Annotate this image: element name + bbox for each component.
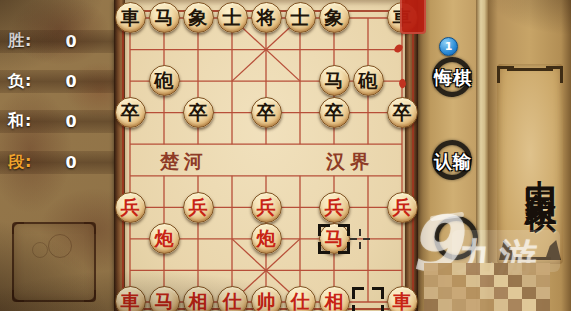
board-point[interactable] [215,65,249,97]
wins-label: 胜: [8,31,32,52]
board-point[interactable]: 兵 [317,191,351,223]
board-point[interactable] [113,34,147,66]
board-point[interactable]: 兵 [181,191,215,223]
board-point[interactable] [215,160,249,192]
board-point[interactable] [249,65,283,97]
board-point[interactable]: 兵 [385,191,419,223]
board-point[interactable] [351,2,385,34]
piece-bn[interactable]: 马 [319,65,350,96]
board-point[interactable]: 士 [215,2,249,34]
piece-rr[interactable]: 車 [115,286,146,311]
board-point[interactable]: 兵 [113,191,147,223]
piece-bb[interactable]: 象 [183,2,214,33]
board-point[interactable]: 炮 [147,223,181,255]
xiangqi-board[interactable]: 楚河 汉界 車马象士将士象車砲马砲卒卒卒卒卒兵兵兵兵兵炮炮马車马相仕帅仕相車 [114,0,418,311]
piece-bb[interactable]: 象 [319,2,350,33]
board-point[interactable]: 相 [317,286,351,311]
board-point[interactable] [113,128,147,160]
title-banner: 中国象棋 [488,0,571,311]
board-point[interactable] [283,191,317,223]
board-point[interactable]: 马 [317,65,351,97]
board-point[interactable] [385,254,419,286]
board-point[interactable]: 砲 [351,65,385,97]
decorative-frame [12,222,96,302]
board-point[interactable] [317,128,351,160]
stats-sidebar: 胜: 0 负: 0 和: 0 段: 0 [0,0,116,311]
board-point[interactable]: 帅 [249,286,283,311]
board-point[interactable]: 砲 [147,65,181,97]
piece-bp[interactable]: 卒 [115,97,146,128]
board-point[interactable]: 卒 [113,97,147,129]
board-point[interactable]: 相 [181,286,215,311]
stat-row-draws: 和: 0 [0,110,116,133]
piece-ra[interactable]: 仕 [285,286,316,311]
board-point[interactable] [181,34,215,66]
board-point[interactable] [283,223,317,255]
wins-value: 0 [56,32,86,51]
piece-bp[interactable]: 卒 [251,97,282,128]
board-point[interactable]: 马 [317,223,351,255]
piece-rb[interactable]: 相 [183,286,214,311]
board-point[interactable] [181,160,215,192]
board-point[interactable]: 車 [113,2,147,34]
piece-ba[interactable]: 士 [217,2,248,33]
board-point[interactable] [181,223,215,255]
board-points-grid: 車马象士将士象車砲马砲卒卒卒卒卒兵兵兵兵兵炮炮马車马相仕帅仕相車 [113,2,419,311]
rank-value: 0 [56,153,86,172]
board-point[interactable] [113,160,147,192]
stat-row-losses: 负: 0 [0,70,116,93]
piece-rc[interactable]: 炮 [149,223,180,254]
piece-bn[interactable]: 马 [149,2,180,33]
losses-label: 负: [8,71,32,92]
stat-row-rank: 段: 0 [0,151,116,174]
board-point[interactable] [283,65,317,97]
rank-label: 段: [8,152,32,173]
board-point[interactable] [215,254,249,286]
board-point[interactable] [385,223,419,255]
piece-rp[interactable]: 兵 [183,192,214,223]
board-point[interactable] [283,97,317,129]
piece-bp[interactable]: 卒 [183,97,214,128]
piece-ra[interactable]: 仕 [217,286,248,311]
board-point[interactable]: 卒 [249,97,283,129]
board-point[interactable] [317,34,351,66]
board-point[interactable]: 象 [317,2,351,34]
draws-label: 和: [8,111,32,132]
board-point[interactable] [385,128,419,160]
stat-row-wins: 胜: 0 [0,30,116,53]
board-point[interactable] [113,65,147,97]
draws-value: 0 [56,112,86,131]
board-point[interactable]: 士 [283,2,317,34]
board-point[interactable]: 炮 [249,223,283,255]
piece-bk[interactable]: 将 [251,2,282,33]
board-point[interactable] [351,128,385,160]
piece-rp[interactable]: 兵 [387,192,418,223]
piece-rr[interactable]: 車 [387,286,418,311]
board-point[interactable]: 仕 [283,286,317,311]
board-point[interactable]: 卒 [181,97,215,129]
banner-ornament-top [497,66,563,88]
board-point[interactable] [249,254,283,286]
board-point[interactable] [283,128,317,160]
board-point[interactable]: 卒 [385,97,419,129]
banner-ornament-bottom [497,238,563,260]
board-point[interactable] [147,97,181,129]
board-point[interactable] [283,254,317,286]
cursor-crosshair [350,229,370,249]
piece-rk[interactable]: 帅 [251,286,282,311]
board-point[interactable] [215,34,249,66]
board-point[interactable] [351,191,385,223]
piece-rp[interactable]: 兵 [115,192,146,223]
board-point[interactable] [317,160,351,192]
board-point[interactable] [113,254,147,286]
piece-rn[interactable]: 马 [319,223,350,254]
board-point[interactable] [147,254,181,286]
board-point[interactable]: 車 [385,286,419,311]
resign-button[interactable]: 认输 [418,150,488,174]
piece-ba[interactable]: 士 [285,2,316,33]
board-point[interactable]: 将 [249,2,283,34]
piece-bc[interactable]: 砲 [353,65,384,96]
board-point[interactable]: 马 [147,286,181,311]
board-point[interactable] [215,223,249,255]
board-point[interactable] [215,128,249,160]
board-point[interactable]: 象 [181,2,215,34]
game-title: 中国象棋 [497,80,563,256]
board-point[interactable] [283,160,317,192]
board-point[interactable] [317,254,351,286]
board-point[interactable] [351,286,385,311]
piece-rb[interactable]: 相 [319,286,350,311]
piece-bp[interactable]: 卒 [387,97,418,128]
board-point[interactable] [351,34,385,66]
board-point[interactable]: 車 [113,286,147,311]
piece-rn[interactable]: 马 [149,286,180,311]
piece-rp[interactable]: 兵 [251,192,282,223]
board-point[interactable] [283,34,317,66]
board-point[interactable] [215,97,249,129]
losses-value: 0 [56,72,86,91]
board-point[interactable] [249,128,283,160]
board-point[interactable]: 兵 [249,191,283,223]
piece-br[interactable]: 車 [115,2,146,33]
board-point[interactable] [181,65,215,97]
board-point[interactable]: 马 [147,2,181,34]
board-point[interactable]: 仕 [215,286,249,311]
board-point[interactable] [351,97,385,129]
board-point[interactable] [385,160,419,192]
board-point[interactable] [147,34,181,66]
undo-button[interactable]: 悔棋 [418,66,488,90]
board-point[interactable] [147,191,181,223]
board-point[interactable] [147,128,181,160]
board-point[interactable] [351,160,385,192]
board-point[interactable] [351,254,385,286]
board-point[interactable] [249,160,283,192]
undo-count-badge: 1 [439,37,458,56]
piece-bc[interactable]: 砲 [149,65,180,96]
board-point[interactable]: 卒 [317,97,351,129]
board-point[interactable] [113,223,147,255]
board-point[interactable] [215,191,249,223]
piece-bp[interactable]: 卒 [319,97,350,128]
board-point[interactable] [249,34,283,66]
piece-rp[interactable]: 兵 [319,192,350,223]
board-point[interactable] [181,128,215,160]
red-seal-decoration [400,0,426,34]
board-point[interactable] [181,254,215,286]
piece-rc[interactable]: 炮 [251,223,282,254]
board-point[interactable] [147,160,181,192]
